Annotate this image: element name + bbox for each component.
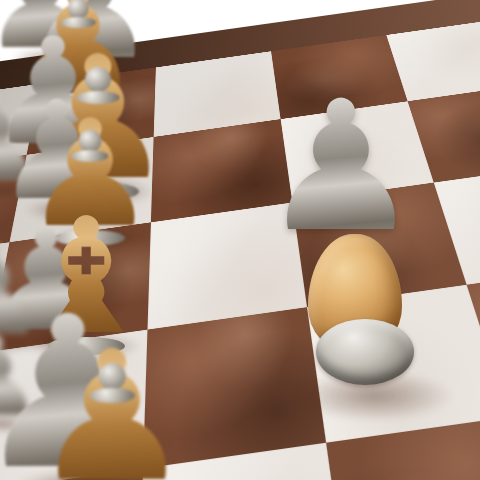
steel-collar bbox=[72, 150, 109, 162]
piece-wood-and-steel-pawn-e5[interactable]: ♟ bbox=[260, 84, 421, 250]
steel-cap bbox=[99, 363, 126, 390]
hero-pawn-steel-base bbox=[316, 319, 414, 385]
chess-pawn-glyph: ♟ bbox=[31, 334, 192, 480]
pieces-layer: ♟♟♟♟♟♟♟♟♟♟♝♟♟♟♟ bbox=[0, 0, 480, 480]
photo-stage: ♟♟♟♟♟♟♟♟♟♟♝♟♟♟♟ bbox=[0, 0, 480, 480]
chess-pawn-glyph: ♟ bbox=[260, 84, 421, 250]
piece-wood-pawn-c4[interactable]: ♟ bbox=[31, 334, 192, 480]
